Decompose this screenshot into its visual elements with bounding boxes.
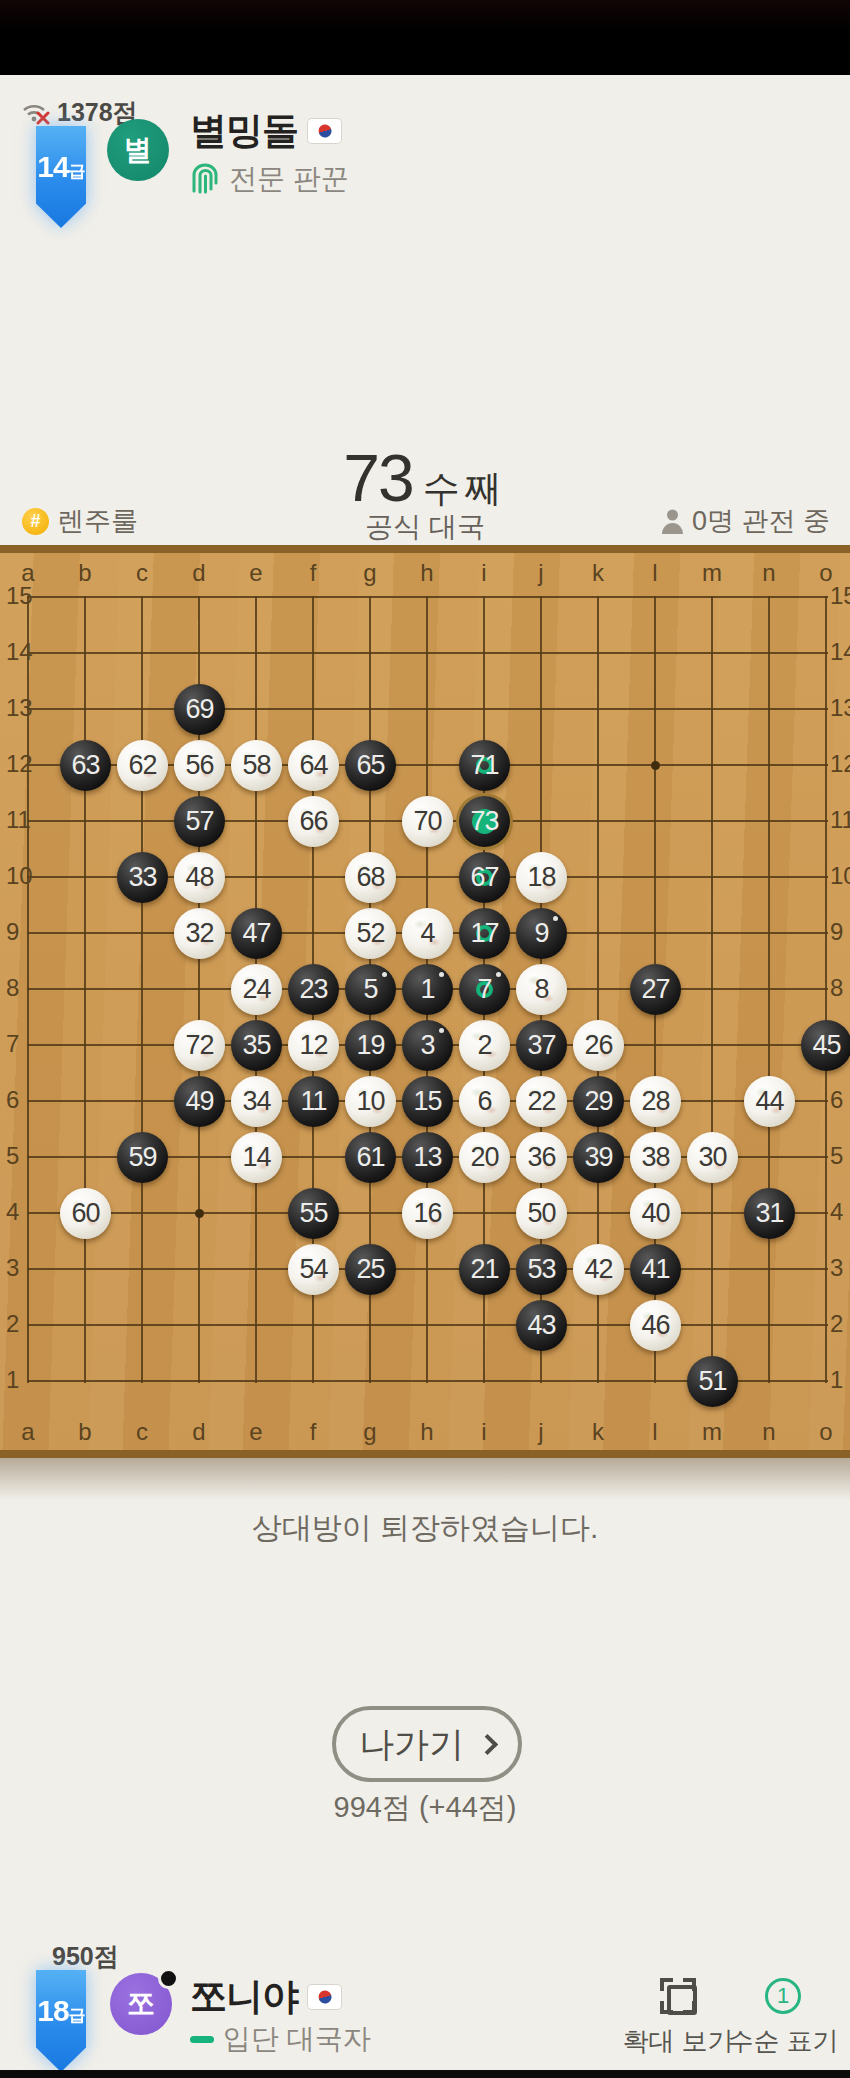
move-number-label: 65 (356, 750, 384, 781)
move-number-label: 40 (641, 1198, 669, 1229)
move-number-label: 42 (584, 1254, 612, 1285)
move-number-label: 55 (299, 1198, 327, 1229)
move-number-label: 37 (527, 1030, 555, 1061)
stone-white-34-e6: 34 (231, 1076, 282, 1127)
move-number-label: 60 (71, 1198, 99, 1229)
move-number-label: 46 (641, 1310, 669, 1341)
black-stone-indicator (158, 1968, 179, 1989)
stone-white-18-j10: 18 (516, 852, 567, 903)
move-number-label: 20 (470, 1142, 498, 1173)
move-number-label: 23 (299, 974, 327, 1005)
move-number-label: 4 (420, 918, 434, 949)
move-number-label: 32 (185, 918, 213, 949)
move-number-label: 24 (242, 974, 270, 1005)
stone-white-42-k3: 42 (573, 1244, 624, 1295)
stone-black-7-i8: 7 (459, 964, 510, 1015)
stone-black-17-i9: 17 (459, 908, 510, 959)
stone-white-12-f7: 12 (288, 1020, 339, 1071)
col-label-bottom-c: c (136, 1418, 148, 1446)
move-number-label: 26 (584, 1030, 612, 1061)
board-shadow (0, 1458, 850, 1500)
stone-white-38-l5: 38 (630, 1132, 681, 1183)
stone-black-27-l8: 27 (630, 964, 681, 1015)
stone-white-68-g10: 68 (345, 852, 396, 903)
screen-bottom-bar (0, 2070, 850, 2078)
move-number-label: 2 (477, 1030, 491, 1061)
stone-white-46-l2: 46 (630, 1300, 681, 1351)
score-change: 994점 (+44점) (0, 1788, 850, 1828)
stone-black-51-m1: 51 (687, 1356, 738, 1407)
move-number-label: 63 (71, 750, 99, 781)
move-number-label: 45 (812, 1030, 840, 1061)
top-player-name: 별밍돌 (190, 106, 341, 156)
stone-black-61-g5: 61 (345, 1132, 396, 1183)
stone-black-53-j3: 53 (516, 1244, 567, 1295)
rule-icon: # (22, 508, 49, 535)
exit-button[interactable]: 나가기 (332, 1706, 522, 1782)
move-number-label: 36 (527, 1142, 555, 1173)
move-number-label: 22 (527, 1086, 555, 1117)
move-number-label: 47 (242, 918, 270, 949)
circled-one-icon: 1 (765, 1978, 801, 2014)
col-label-bottom-l: l (652, 1418, 657, 1446)
stone-white-26-k7: 26 (573, 1020, 624, 1071)
bottom-player-rank-badge: 18급 (36, 1970, 86, 2072)
stone-black-49-d6: 49 (174, 1076, 225, 1127)
stone-black-43-j2: 43 (516, 1300, 567, 1351)
stone-black-65-g12: 65 (345, 740, 396, 791)
col-label-bottom-n: n (762, 1418, 775, 1446)
stone-white-40-l4: 40 (630, 1188, 681, 1239)
move-number-label: 12 (299, 1030, 327, 1061)
move-number-label: 43 (527, 1310, 555, 1341)
move-number-label: 7 (477, 974, 491, 1005)
stone-black-5-g8: 5 (345, 964, 396, 1015)
move-number-label: 67 (470, 862, 498, 893)
korea-flag-icon (308, 119, 341, 143)
move-number-label: 1 (420, 974, 434, 1005)
dash-icon (190, 2036, 214, 2043)
move-number-label: 58 (242, 750, 270, 781)
stone-black-25-g3: 25 (345, 1244, 396, 1295)
stone-black-55-f4: 55 (288, 1188, 339, 1239)
move-number-label: 17 (470, 918, 498, 949)
move-number-label: 50 (527, 1198, 555, 1229)
col-label-bottom-k: k (592, 1418, 604, 1446)
stone-black-67-i10: 67 (459, 852, 510, 903)
col-label-bottom-d: d (192, 1418, 205, 1446)
opening-move-dot (496, 972, 501, 977)
top-player-title: 전문 판꾼 (190, 160, 349, 198)
stone-grid: 1234567891011121314151617181920212223242… (0, 569, 850, 1409)
col-label-bottom-a: a (21, 1418, 34, 1446)
zoom-view-button[interactable]: 확대 보기 (640, 1978, 716, 2059)
col-label-bottom-g: g (363, 1418, 376, 1446)
stone-black-35-e7: 35 (231, 1020, 282, 1071)
stone-black-47-e9: 47 (231, 908, 282, 959)
move-number-label: 8 (534, 974, 548, 1005)
move-number-label: 30 (698, 1142, 726, 1173)
move-number-label: 6 (477, 1086, 491, 1117)
stone-white-50-j4: 50 (516, 1188, 567, 1239)
move-number-label: 70 (413, 806, 441, 837)
move-number-label: 41 (641, 1254, 669, 1285)
move-number-label: 56 (185, 750, 213, 781)
move-number-label: 54 (299, 1254, 327, 1285)
move-number-label: 34 (242, 1086, 270, 1117)
stone-white-48-d10: 48 (174, 852, 225, 903)
move-number-label: 48 (185, 862, 213, 893)
stone-white-20-i5: 20 (459, 1132, 510, 1183)
top-player-rank-badge: 14급 (36, 126, 86, 228)
stone-white-2-i7: 2 (459, 1020, 510, 1071)
stone-white-10-g6: 10 (345, 1076, 396, 1127)
stone-black-21-i3: 21 (459, 1244, 510, 1295)
stone-black-69-d13: 69 (174, 684, 225, 735)
move-number-label: 33 (128, 862, 156, 893)
move-number-label: 19 (356, 1030, 384, 1061)
move-number-label: 3 (420, 1030, 434, 1061)
move-number-label: 66 (299, 806, 327, 837)
stone-white-22-j6: 22 (516, 1076, 567, 1127)
stone-black-33-c10: 33 (117, 852, 168, 903)
opening-move-dot (553, 916, 558, 921)
move-number-label: 71 (470, 750, 498, 781)
stone-white-60-b4: 60 (60, 1188, 111, 1239)
move-number-label: 38 (641, 1142, 669, 1173)
stone-black-63-b12: 63 (60, 740, 111, 791)
stone-black-57-d11: 57 (174, 796, 225, 847)
stone-black-3-h7: 3 (402, 1020, 453, 1071)
fingerprint-icon (190, 163, 220, 195)
move-number-label: 59 (128, 1142, 156, 1173)
stone-black-71-i12: 71 (459, 740, 510, 791)
korea-flag-icon (308, 1985, 341, 2009)
stone-white-24-e8: 24 (231, 964, 282, 1015)
col-label-bottom-f: f (310, 1418, 317, 1446)
move-number-label: 35 (242, 1030, 270, 1061)
col-label-bottom-j: j (538, 1418, 543, 1446)
rule-tag: # 렌주룰 (22, 503, 138, 539)
move-number-label: 69 (185, 694, 213, 725)
stone-white-8-j8: 8 (516, 964, 567, 1015)
stone-white-4-h9: 4 (402, 908, 453, 959)
stone-white-30-m5: 30 (687, 1132, 738, 1183)
move-number-label: 61 (356, 1142, 384, 1173)
stone-white-64-f12: 64 (288, 740, 339, 791)
move-number-label: 72 (185, 1030, 213, 1061)
move-number-label: 27 (641, 974, 669, 1005)
stone-black-1-h8: 1 (402, 964, 453, 1015)
stone-white-58-e12: 58 (231, 740, 282, 791)
stone-white-14-e5: 14 (231, 1132, 282, 1183)
app-screen: 1378점 14급 별 별밍돌 전문 판꾼 73수째 공식 대국 # 렌주룰 (0, 0, 850, 2078)
stone-black-39-k5: 39 (573, 1132, 624, 1183)
stone-white-32-d9: 32 (174, 908, 225, 959)
chevron-right-icon (477, 1733, 498, 1754)
expand-icon (660, 1978, 696, 2014)
move-number-label: 73 (470, 806, 498, 837)
stone-white-70-h11: 70 (402, 796, 453, 847)
stone-white-36-j5: 36 (516, 1132, 567, 1183)
move-number-label: 14 (242, 1142, 270, 1173)
opening-move-dot (382, 972, 387, 977)
move-number-label: 51 (698, 1366, 726, 1397)
move-number-label: 52 (356, 918, 384, 949)
col-label-bottom-e: e (249, 1418, 262, 1446)
col-label-bottom-h: h (420, 1418, 433, 1446)
stone-black-73-i11: 73 (459, 796, 510, 847)
move-number-label: 18 (527, 862, 555, 893)
move-number-label: 62 (128, 750, 156, 781)
col-label-bottom-m: m (702, 1418, 722, 1446)
bottom-player-title: 입단 대국자 (190, 2020, 371, 2058)
stone-white-16-h4: 16 (402, 1188, 453, 1239)
stone-white-54-f3: 54 (288, 1244, 339, 1295)
col-label-bottom-i: i (481, 1418, 486, 1446)
move-number-label: 13 (413, 1142, 441, 1173)
spectator-icon (660, 508, 685, 535)
stone-white-56-d12: 56 (174, 740, 225, 791)
stone-black-41-l3: 41 (630, 1244, 681, 1295)
opening-move-dot (439, 1028, 444, 1033)
stone-black-59-c5: 59 (117, 1132, 168, 1183)
stone-black-31-n4: 31 (744, 1188, 795, 1239)
stone-black-19-g7: 19 (345, 1020, 396, 1071)
stone-white-62-c12: 62 (117, 740, 168, 791)
stone-black-37-j7: 37 (516, 1020, 567, 1071)
stone-black-13-h5: 13 (402, 1132, 453, 1183)
move-number-label: 29 (584, 1086, 612, 1117)
stone-white-28-l6: 28 (630, 1076, 681, 1127)
move-number-label: 15 (413, 1086, 441, 1117)
col-label-bottom-o: o (819, 1418, 832, 1446)
move-number-label: 25 (356, 1254, 384, 1285)
stone-black-11-f6: 11 (288, 1076, 339, 1127)
stone-white-72-d7: 72 (174, 1020, 225, 1071)
wifi-offline-icon (22, 101, 52, 125)
opening-move-dot (439, 972, 444, 977)
stone-black-29-k6: 29 (573, 1076, 624, 1127)
stone-white-6-i6: 6 (459, 1076, 510, 1127)
move-number-label: 53 (527, 1254, 555, 1285)
stone-white-52-g9: 52 (345, 908, 396, 959)
move-number-label: 9 (534, 918, 548, 949)
stone-white-66-f11: 66 (288, 796, 339, 847)
move-number-label: 39 (584, 1142, 612, 1173)
move-number-label: 49 (185, 1086, 213, 1117)
stone-white-44-n6: 44 (744, 1076, 795, 1127)
move-number-label: 28 (641, 1086, 669, 1117)
move-number-label: 68 (356, 862, 384, 893)
spectator-count: 0명 관전 중 (660, 503, 830, 539)
status-bar (0, 0, 850, 75)
stone-black-15-h6: 15 (402, 1076, 453, 1127)
stone-black-9-j9: 9 (516, 908, 567, 959)
move-number-label: 64 (299, 750, 327, 781)
bottom-player-score: 950점 (52, 1940, 119, 1973)
stone-black-23-f8: 23 (288, 964, 339, 1015)
move-number-label: 44 (755, 1086, 783, 1117)
col-label-bottom-b: b (78, 1418, 91, 1446)
move-number-label: 5 (363, 974, 377, 1005)
move-number-label: 21 (470, 1254, 498, 1285)
move-number-label: 16 (413, 1198, 441, 1229)
stone-black-45-o7: 45 (801, 1020, 850, 1071)
top-player-avatar[interactable]: 별 (107, 119, 169, 181)
game-board[interactable]: aabbccddeeffgghhiijjkkllmmnnoo1515141413… (0, 545, 850, 1458)
bottom-player-name: 쪼니야 (190, 1972, 341, 2022)
move-number-label: 57 (185, 806, 213, 837)
move-number-label: 11 (300, 1086, 326, 1117)
result-message: 상대방이 퇴장하였습니다. (0, 1508, 850, 1549)
move-number-toggle-button[interactable]: 1 수순 표기 (745, 1978, 821, 2059)
move-number-label: 10 (356, 1086, 384, 1117)
move-number-label: 31 (755, 1198, 783, 1229)
